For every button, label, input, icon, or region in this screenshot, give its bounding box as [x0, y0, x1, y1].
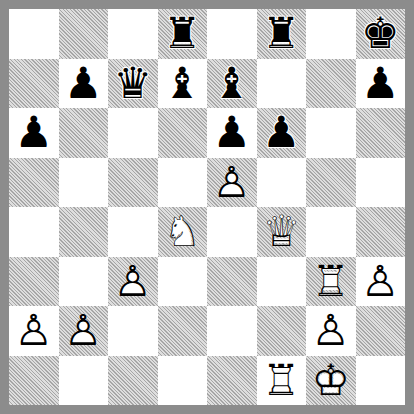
square-f3[interactable] — [257, 257, 307, 307]
square-e2[interactable] — [207, 306, 257, 356]
black-king-h8: ♚ — [356, 9, 406, 59]
square-a2[interactable]: ♟♙ — [9, 306, 59, 356]
square-e3[interactable] — [207, 257, 257, 307]
square-c7[interactable]: ♛ — [108, 59, 158, 109]
black-bishop-e7: ♝ — [207, 59, 257, 109]
black-rook-glyph: ♜ — [158, 9, 208, 59]
square-d3[interactable] — [158, 257, 208, 307]
square-d7[interactable]: ♝ — [158, 59, 208, 109]
square-g3[interactable]: ♜♖ — [306, 257, 356, 307]
square-h6[interactable] — [356, 108, 406, 158]
square-a4[interactable] — [9, 207, 59, 257]
square-c8[interactable] — [108, 9, 158, 59]
square-b6[interactable] — [59, 108, 109, 158]
square-f2[interactable] — [257, 306, 307, 356]
square-c4[interactable] — [108, 207, 158, 257]
white-pawn-g2: ♟♙ — [306, 306, 356, 356]
square-a7[interactable] — [9, 59, 59, 109]
black-pawn-e6: ♟ — [207, 108, 257, 158]
white-knight-outline-glyph: ♘ — [158, 207, 208, 257]
square-e7[interactable]: ♝ — [207, 59, 257, 109]
white-pawn-c3: ♟♙ — [108, 257, 158, 307]
square-g2[interactable]: ♟♙ — [306, 306, 356, 356]
square-g5[interactable] — [306, 158, 356, 208]
square-f5[interactable] — [257, 158, 307, 208]
black-pawn-a6: ♟ — [9, 108, 59, 158]
black-queen-glyph: ♛ — [108, 59, 158, 109]
white-pawn-a2: ♟♙ — [9, 306, 59, 356]
square-h2[interactable] — [356, 306, 406, 356]
square-f7[interactable] — [257, 59, 307, 109]
square-b5[interactable] — [59, 158, 109, 208]
white-queen-f4: ♛♕ — [257, 207, 307, 257]
square-h4[interactable] — [356, 207, 406, 257]
square-f4[interactable]: ♛♕ — [257, 207, 307, 257]
white-queen-outline-glyph: ♕ — [257, 207, 307, 257]
chess-board-frame: ♜♜♚♟♛♝♝♟♟♟♟♟♙♞♘♛♕♟♙♜♖♟♙♟♙♟♙♟♙♜♖♚♔ — [0, 0, 414, 414]
white-king-g1: ♚♔ — [306, 356, 356, 406]
square-d4[interactable]: ♞♘ — [158, 207, 208, 257]
square-h3[interactable]: ♟♙ — [356, 257, 406, 307]
square-c5[interactable] — [108, 158, 158, 208]
black-pawn-h7: ♟ — [356, 59, 406, 109]
white-pawn-outline-glyph: ♙ — [9, 306, 59, 356]
square-c1[interactable] — [108, 356, 158, 406]
square-e1[interactable] — [207, 356, 257, 406]
white-rook-f1: ♜♖ — [257, 356, 307, 406]
square-a6[interactable]: ♟ — [9, 108, 59, 158]
square-a1[interactable] — [9, 356, 59, 406]
black-pawn-f6: ♟ — [257, 108, 307, 158]
black-pawn-glyph: ♟ — [207, 108, 257, 158]
square-e4[interactable] — [207, 207, 257, 257]
square-a5[interactable] — [9, 158, 59, 208]
square-b3[interactable] — [59, 257, 109, 307]
square-f1[interactable]: ♜♖ — [257, 356, 307, 406]
square-f6[interactable]: ♟ — [257, 108, 307, 158]
chess-board: ♜♜♚♟♛♝♝♟♟♟♟♟♙♞♘♛♕♟♙♜♖♟♙♟♙♟♙♟♙♜♖♚♔ — [9, 9, 405, 405]
black-pawn-glyph: ♟ — [59, 59, 109, 109]
square-g8[interactable] — [306, 9, 356, 59]
black-bishop-glyph: ♝ — [207, 59, 257, 109]
black-rook-d8: ♜ — [158, 9, 208, 59]
white-king-outline-glyph: ♔ — [306, 356, 356, 406]
white-pawn-outline-glyph: ♙ — [207, 158, 257, 208]
square-g6[interactable] — [306, 108, 356, 158]
square-b1[interactable] — [59, 356, 109, 406]
square-h5[interactable] — [356, 158, 406, 208]
black-pawn-b7: ♟ — [59, 59, 109, 109]
square-b2[interactable]: ♟♙ — [59, 306, 109, 356]
square-d6[interactable] — [158, 108, 208, 158]
square-a3[interactable] — [9, 257, 59, 307]
black-pawn-glyph: ♟ — [356, 59, 406, 109]
square-d5[interactable] — [158, 158, 208, 208]
black-rook-glyph: ♜ — [257, 9, 307, 59]
white-pawn-b2: ♟♙ — [59, 306, 109, 356]
square-d1[interactable] — [158, 356, 208, 406]
white-pawn-outline-glyph: ♙ — [356, 257, 406, 307]
square-b8[interactable] — [59, 9, 109, 59]
white-pawn-h3: ♟♙ — [356, 257, 406, 307]
black-rook-f8: ♜ — [257, 9, 307, 59]
square-g7[interactable] — [306, 59, 356, 109]
square-e5[interactable]: ♟♙ — [207, 158, 257, 208]
black-pawn-glyph: ♟ — [9, 108, 59, 158]
black-queen-c7: ♛ — [108, 59, 158, 109]
white-knight-d4: ♞♘ — [158, 207, 208, 257]
black-bishop-glyph: ♝ — [158, 59, 208, 109]
square-d2[interactable] — [158, 306, 208, 356]
square-g1[interactable]: ♚♔ — [306, 356, 356, 406]
white-pawn-outline-glyph: ♙ — [306, 306, 356, 356]
square-b4[interactable] — [59, 207, 109, 257]
white-pawn-e5: ♟♙ — [207, 158, 257, 208]
square-c3[interactable]: ♟♙ — [108, 257, 158, 307]
square-g4[interactable] — [306, 207, 356, 257]
white-rook-outline-glyph: ♖ — [257, 356, 307, 406]
square-h7[interactable]: ♟ — [356, 59, 406, 109]
square-b7[interactable]: ♟ — [59, 59, 109, 109]
white-pawn-outline-glyph: ♙ — [59, 306, 109, 356]
black-king-glyph: ♚ — [356, 9, 406, 59]
square-a8[interactable] — [9, 9, 59, 59]
square-e6[interactable]: ♟ — [207, 108, 257, 158]
square-h8[interactable]: ♚ — [356, 9, 406, 59]
black-bishop-d7: ♝ — [158, 59, 208, 109]
black-pawn-glyph: ♟ — [257, 108, 307, 158]
white-rook-g3: ♜♖ — [306, 257, 356, 307]
square-d8[interactable]: ♜ — [158, 9, 208, 59]
square-c2[interactable] — [108, 306, 158, 356]
square-f8[interactable]: ♜ — [257, 9, 307, 59]
white-rook-outline-glyph: ♖ — [306, 257, 356, 307]
white-pawn-outline-glyph: ♙ — [108, 257, 158, 307]
square-c6[interactable] — [108, 108, 158, 158]
square-e8[interactable] — [207, 9, 257, 59]
square-h1[interactable] — [356, 356, 406, 406]
